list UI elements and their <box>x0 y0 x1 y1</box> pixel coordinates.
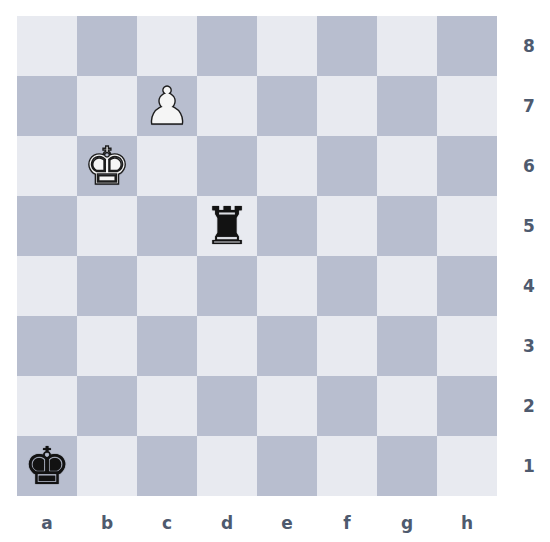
square-e2[interactable] <box>257 376 317 436</box>
square-d7[interactable] <box>197 76 257 136</box>
square-g6[interactable] <box>377 136 437 196</box>
rank-label-7: 7 <box>514 76 544 136</box>
square-d4[interactable] <box>197 256 257 316</box>
square-f4[interactable] <box>317 256 377 316</box>
square-d5[interactable]: ♜ <box>197 196 257 256</box>
file-label-b: b <box>77 508 137 538</box>
square-c5[interactable] <box>137 196 197 256</box>
square-f7[interactable] <box>317 76 377 136</box>
square-b6[interactable]: ♚ <box>77 136 137 196</box>
rank-label-5: 5 <box>514 196 544 256</box>
square-b7[interactable] <box>77 76 137 136</box>
square-g3[interactable] <box>377 316 437 376</box>
square-a1[interactable]: ♚ <box>17 436 77 496</box>
square-b2[interactable] <box>77 376 137 436</box>
square-f6[interactable] <box>317 136 377 196</box>
square-d1[interactable] <box>197 436 257 496</box>
square-a2[interactable] <box>17 376 77 436</box>
chess-diagram: ♟♚♜♚ 87654321 abcdefgh <box>0 0 550 542</box>
square-h7[interactable] <box>437 76 497 136</box>
square-d2[interactable] <box>197 376 257 436</box>
square-e8[interactable] <box>257 16 317 76</box>
file-label-c: c <box>137 508 197 538</box>
square-c7[interactable]: ♟ <box>137 76 197 136</box>
white-king[interactable]: ♚ <box>77 136 137 196</box>
square-d6[interactable] <box>197 136 257 196</box>
square-b1[interactable] <box>77 436 137 496</box>
black-rook[interactable]: ♜ <box>197 196 257 256</box>
chess-board: ♟♚♜♚ <box>17 16 497 496</box>
square-c4[interactable] <box>137 256 197 316</box>
square-e6[interactable] <box>257 136 317 196</box>
square-b8[interactable] <box>77 16 137 76</box>
square-h5[interactable] <box>437 196 497 256</box>
square-h4[interactable] <box>437 256 497 316</box>
square-d3[interactable] <box>197 316 257 376</box>
square-c3[interactable] <box>137 316 197 376</box>
square-f5[interactable] <box>317 196 377 256</box>
square-h6[interactable] <box>437 136 497 196</box>
square-e7[interactable] <box>257 76 317 136</box>
file-label-g: g <box>377 508 437 538</box>
square-f2[interactable] <box>317 376 377 436</box>
square-g5[interactable] <box>377 196 437 256</box>
square-d8[interactable] <box>197 16 257 76</box>
square-a8[interactable] <box>17 16 77 76</box>
square-f1[interactable] <box>317 436 377 496</box>
rank-labels: 87654321 <box>514 16 544 496</box>
square-c8[interactable] <box>137 16 197 76</box>
square-h1[interactable] <box>437 436 497 496</box>
file-labels: abcdefgh <box>17 508 497 538</box>
square-g4[interactable] <box>377 256 437 316</box>
square-b3[interactable] <box>77 316 137 376</box>
rank-label-1: 1 <box>514 436 544 496</box>
square-b5[interactable] <box>77 196 137 256</box>
rank-label-8: 8 <box>514 16 544 76</box>
square-c2[interactable] <box>137 376 197 436</box>
rank-label-4: 4 <box>514 256 544 316</box>
square-a4[interactable] <box>17 256 77 316</box>
file-label-e: e <box>257 508 317 538</box>
square-g2[interactable] <box>377 376 437 436</box>
file-label-h: h <box>437 508 497 538</box>
rank-label-6: 6 <box>514 136 544 196</box>
square-a7[interactable] <box>17 76 77 136</box>
rank-label-3: 3 <box>514 316 544 376</box>
white-pawn[interactable]: ♟ <box>137 76 197 136</box>
square-e1[interactable] <box>257 436 317 496</box>
square-c6[interactable] <box>137 136 197 196</box>
square-g8[interactable] <box>377 16 437 76</box>
square-f8[interactable] <box>317 16 377 76</box>
square-g1[interactable] <box>377 436 437 496</box>
rank-label-2: 2 <box>514 376 544 436</box>
square-b4[interactable] <box>77 256 137 316</box>
square-h8[interactable] <box>437 16 497 76</box>
square-h3[interactable] <box>437 316 497 376</box>
square-a6[interactable] <box>17 136 77 196</box>
square-e3[interactable] <box>257 316 317 376</box>
square-f3[interactable] <box>317 316 377 376</box>
square-e4[interactable] <box>257 256 317 316</box>
square-c1[interactable] <box>137 436 197 496</box>
square-a5[interactable] <box>17 196 77 256</box>
square-h2[interactable] <box>437 376 497 436</box>
black-king[interactable]: ♚ <box>17 436 77 496</box>
file-label-d: d <box>197 508 257 538</box>
square-e5[interactable] <box>257 196 317 256</box>
square-g7[interactable] <box>377 76 437 136</box>
square-a3[interactable] <box>17 316 77 376</box>
file-label-a: a <box>17 508 77 538</box>
file-label-f: f <box>317 508 377 538</box>
